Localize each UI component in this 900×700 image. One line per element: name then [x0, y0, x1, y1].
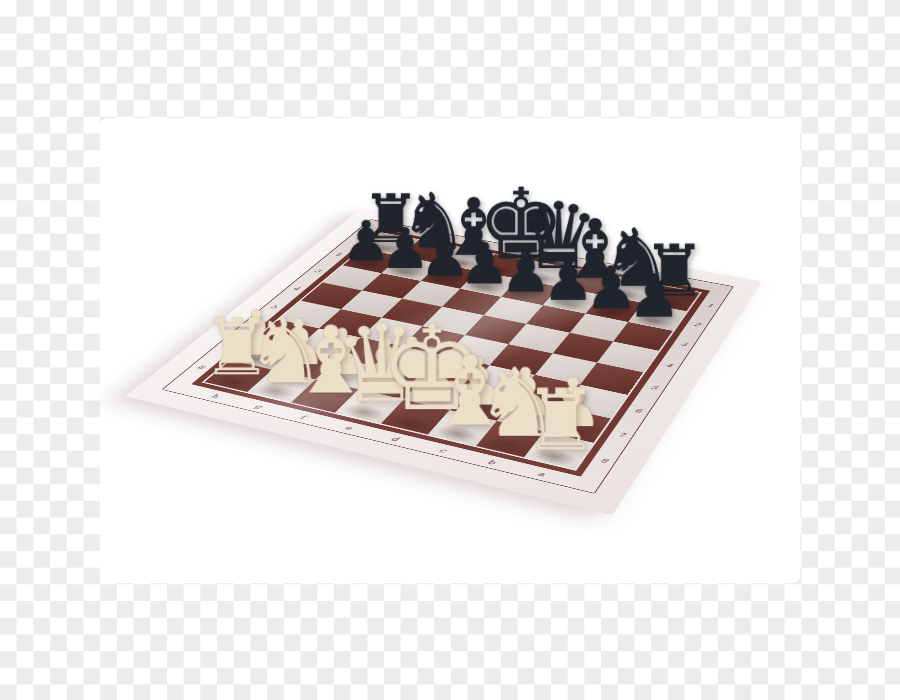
piece-shadow: [499, 409, 551, 431]
piece-black-knight: ♞: [600, 218, 645, 298]
chess-set-photo: hgfedcba 12345678 12345678 ♜♞♝♚♛♝♞♜♟♟♟♟♟…: [0, 0, 900, 700]
board-scene: hgfedcba 12345678 12345678 ♜♞♝♚♛♝♞♜♟♟♟♟♟…: [225, 95, 705, 575]
